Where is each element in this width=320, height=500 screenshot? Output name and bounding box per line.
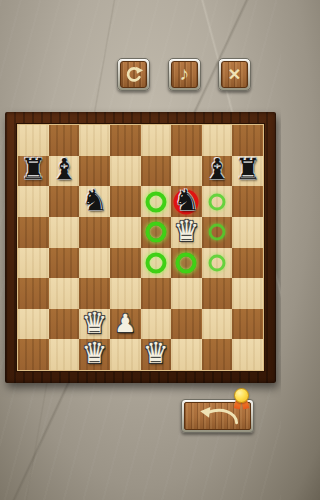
square-h6[interactable]: [232, 186, 263, 217]
white-queen-c1[interactable]: ♛: [79, 338, 110, 369]
square-b7[interactable]: ♝: [49, 156, 80, 187]
square-g4[interactable]: [202, 248, 233, 279]
square-c1[interactable]: ♛: [79, 339, 110, 370]
square-h2[interactable]: [232, 309, 263, 340]
move-hint-circle-e6[interactable]: [145, 191, 166, 212]
square-e2[interactable]: [141, 309, 172, 340]
black-bishop-b7[interactable]: ♝: [49, 155, 80, 186]
square-c3[interactable]: [79, 278, 110, 309]
square-b5[interactable]: [49, 217, 80, 248]
square-b6[interactable]: [49, 186, 80, 217]
square-a1[interactable]: [18, 339, 49, 370]
white-pawn-d2[interactable]: ♟: [110, 308, 141, 339]
square-f5[interactable]: ♛: [171, 217, 202, 248]
capture-ring-f6: [174, 189, 199, 214]
white-queen-e1[interactable]: ♛: [141, 338, 172, 369]
square-e7[interactable]: [141, 156, 172, 187]
square-a7[interactable]: ♜: [18, 156, 49, 187]
square-d2[interactable]: ♟: [110, 309, 141, 340]
square-c7[interactable]: [79, 156, 110, 187]
square-f3[interactable]: [171, 278, 202, 309]
black-rook-a7[interactable]: ♜: [18, 155, 49, 186]
move-hint-circle-e4[interactable]: [145, 252, 166, 273]
square-f4[interactable]: [171, 248, 202, 279]
square-g7[interactable]: ♝: [202, 156, 233, 187]
square-b4[interactable]: [49, 248, 80, 279]
move-hint-circle-g4[interactable]: [209, 254, 226, 271]
square-d3[interactable]: [110, 278, 141, 309]
square-e5[interactable]: [141, 217, 172, 248]
square-f2[interactable]: [171, 309, 202, 340]
close-button-face: ✕: [221, 61, 248, 88]
square-e3[interactable]: [141, 278, 172, 309]
square-c8[interactable]: [79, 125, 110, 156]
music-note-icon: ♪: [180, 64, 190, 83]
square-g2[interactable]: [202, 309, 233, 340]
square-f1[interactable]: [171, 339, 202, 370]
square-a5[interactable]: [18, 217, 49, 248]
white-queen-f5[interactable]: ♛: [171, 216, 202, 247]
undo-arrow-icon: [192, 405, 244, 427]
square-b2[interactable]: [49, 309, 80, 340]
square-e4[interactable]: [141, 248, 172, 279]
sound-button-face: ♪: [171, 61, 198, 88]
black-knight-c6[interactable]: ♞: [79, 185, 110, 216]
white-queen-c2[interactable]: ♛: [79, 308, 110, 339]
square-d8[interactable]: [110, 125, 141, 156]
undo-button-face: [184, 402, 251, 430]
square-f7[interactable]: [171, 156, 202, 187]
square-d7[interactable]: [110, 156, 141, 187]
restart-button-face: [120, 61, 147, 88]
move-hint-circle-g6[interactable]: [209, 193, 226, 210]
restart-icon: [124, 65, 144, 85]
black-rook-h7[interactable]: ♜: [232, 155, 263, 186]
move-hint-circle-e5[interactable]: [145, 222, 166, 243]
square-h5[interactable]: [232, 217, 263, 248]
sound-button[interactable]: ♪: [168, 58, 201, 91]
undo-button[interactable]: [181, 399, 254, 433]
square-c4[interactable]: [79, 248, 110, 279]
square-a4[interactable]: [18, 248, 49, 279]
move-hint-circle-g5[interactable]: [209, 224, 226, 241]
square-d4[interactable]: [110, 248, 141, 279]
square-f8[interactable]: [171, 125, 202, 156]
square-g6[interactable]: [202, 186, 233, 217]
square-b1[interactable]: [49, 339, 80, 370]
square-g1[interactable]: [202, 339, 233, 370]
square-c2[interactable]: ♛: [79, 309, 110, 340]
square-e6[interactable]: [141, 186, 172, 217]
black-bishop-g7[interactable]: ♝: [202, 155, 233, 186]
square-a6[interactable]: [18, 186, 49, 217]
square-d1[interactable]: [110, 339, 141, 370]
square-b3[interactable]: [49, 278, 80, 309]
square-h8[interactable]: [232, 125, 263, 156]
close-button[interactable]: ✕: [218, 58, 251, 91]
square-e8[interactable]: [141, 125, 172, 156]
square-b8[interactable]: [49, 125, 80, 156]
square-f6[interactable]: ♞: [171, 186, 202, 217]
square-a8[interactable]: [18, 125, 49, 156]
square-h1[interactable]: [232, 339, 263, 370]
restart-button[interactable]: [117, 58, 150, 91]
square-g3[interactable]: [202, 278, 233, 309]
square-h3[interactable]: [232, 278, 263, 309]
move-hint-circle-f4[interactable]: [176, 252, 197, 273]
square-h7[interactable]: ♜: [232, 156, 263, 187]
chess-board[interactable]: ♜♝♝♜♞♞♛♛♟♛♛: [17, 124, 264, 371]
square-g5[interactable]: [202, 217, 233, 248]
square-a3[interactable]: [18, 278, 49, 309]
square-c6[interactable]: ♞: [79, 186, 110, 217]
square-g8[interactable]: [202, 125, 233, 156]
square-h4[interactable]: [232, 248, 263, 279]
chess-board-frame: ♜♝♝♜♞♞♛♛♟♛♛: [5, 112, 276, 383]
square-c5[interactable]: [79, 217, 110, 248]
square-e1[interactable]: ♛: [141, 339, 172, 370]
square-d6[interactable]: [110, 186, 141, 217]
square-a2[interactable]: [18, 309, 49, 340]
x-icon: ✕: [228, 67, 241, 83]
square-d5[interactable]: [110, 217, 141, 248]
